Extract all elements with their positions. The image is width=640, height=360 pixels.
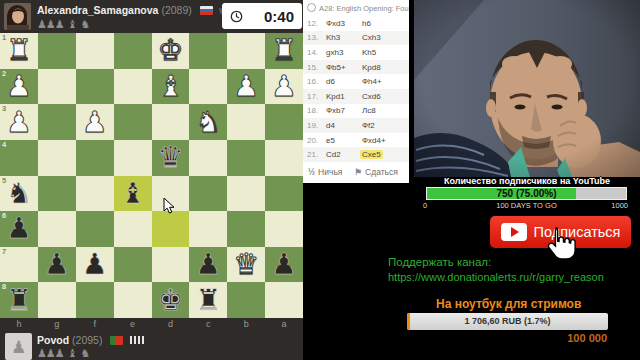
piece-wP-h3[interactable]: ♟ [0, 104, 38, 140]
captured-n: ♞ [80, 18, 89, 31]
square-c6[interactable] [189, 211, 227, 247]
avatar [4, 3, 31, 30]
move-white[interactable]: e5 [324, 136, 360, 145]
captured-n: ♞ [80, 347, 89, 360]
move-black[interactable]: Cxd6 [360, 92, 409, 101]
bottom-player-bar: ♟ Povod(2095) ♟♟♟♝♞ 1:16 [0, 331, 303, 360]
square-e1[interactable] [114, 33, 152, 69]
opening-book-icon [307, 3, 316, 12]
resign-button[interactable]: ⚑Сдаться [354, 167, 397, 177]
square-h8[interactable]: 8♜ [0, 282, 38, 318]
captured-pawns: ♟♟♟ [37, 347, 64, 360]
square-f3[interactable]: ♟ [76, 104, 114, 140]
signal-bars-icon [130, 334, 146, 346]
move-row: 13.Kh3Cxh3 [303, 31, 409, 46]
half-point-icon: ½ [308, 167, 315, 177]
move-black[interactable]: Фh4+ [360, 77, 409, 86]
square-g6[interactable] [38, 211, 76, 247]
move-white[interactable]: Kh3 [324, 33, 360, 42]
square-g5[interactable] [38, 176, 76, 212]
piece-wR-h1[interactable]: ♜ [0, 33, 38, 69]
scale-caption: 100 DAYS TO GO [426, 201, 627, 210]
square-g3[interactable] [38, 104, 76, 140]
piece-bN-h5[interactable]: ♞ [0, 176, 38, 212]
square-e8[interactable] [114, 282, 152, 318]
move-number: 14. [307, 48, 324, 57]
square-c1[interactable] [189, 33, 227, 69]
square-c8[interactable]: ♜ [189, 282, 227, 318]
square-d3[interactable] [152, 104, 190, 140]
move-black[interactable]: h6 [360, 19, 409, 28]
move-list-panel: A28: English Opening: Four Knights 12.Фx… [303, 0, 409, 183]
move-white[interactable]: Фxd3 [324, 19, 360, 28]
move-row: 17.Kpd1Cxd6 [303, 89, 409, 104]
captured-pawns: ♟♟♟ [37, 18, 64, 31]
progress-label: 1 706,60 RUB (1.7%) [407, 313, 608, 330]
captured-pieces-top: ♟♟♟♝♞ [37, 18, 93, 31]
move-list: 12.Фxd3h613.Kh3Cxh314.gxh3Kh515.Фb5+Kpd8… [303, 16, 409, 162]
piece-bR-h8[interactable]: ♜ [0, 282, 38, 318]
square-h1[interactable]: 1♜ [0, 33, 38, 69]
piece-bP-c7[interactable]: ♟ [189, 247, 227, 283]
square-d4[interactable]: ♛ [152, 140, 190, 176]
square-a3[interactable] [265, 104, 303, 140]
square-e2[interactable] [114, 69, 152, 105]
square-d6[interactable] [152, 211, 190, 247]
square-c5[interactable] [189, 176, 227, 212]
file-labels: hgfedcba [0, 318, 303, 331]
file-label-c: c [189, 318, 227, 331]
move-row: 12.Фxd3h6 [303, 16, 409, 31]
webcam-person [414, 0, 640, 177]
piece-bP-h6[interactable]: ♟ [0, 211, 38, 247]
woman-avatar-image [4, 3, 31, 30]
square-h4[interactable]: 4 [0, 140, 38, 176]
move-number: 17. [307, 92, 324, 101]
file-label-b: b [227, 318, 265, 331]
piece-wP-b2[interactable]: ♟ [227, 69, 265, 105]
piece-bP-a7[interactable]: ♟ [265, 247, 303, 283]
square-d2[interactable]: ♝ [152, 69, 190, 105]
piece-wB-d2[interactable]: ♝ [152, 69, 190, 105]
square-g2[interactable] [38, 69, 76, 105]
piece-wP-a2[interactable]: ♟ [265, 69, 303, 105]
file-label-f: f [76, 318, 114, 331]
move-white[interactable]: gxh3 [324, 48, 360, 57]
square-a7[interactable]: ♟ [265, 247, 303, 283]
move-black[interactable]: Лc8 [360, 106, 409, 115]
scale-max: 100 000 [500, 332, 607, 344]
file-label-a: a [265, 318, 303, 331]
square-c2[interactable] [189, 69, 227, 105]
square-b2[interactable]: ♟ [227, 69, 265, 105]
captured-b: ♝ [68, 18, 77, 31]
move-number: 18. [307, 106, 324, 115]
move-white[interactable]: d6 [324, 77, 360, 86]
move-white[interactable]: Фb5+ [324, 63, 360, 72]
file-label-g: g [38, 318, 76, 331]
square-h6[interactable]: 6♟ [0, 211, 38, 247]
move-row: 19.d4Фf2 [303, 118, 409, 133]
scale-max: 1000 [608, 201, 628, 210]
youtube-goal-title: Количество подписчиков на YouTube [414, 176, 640, 186]
rank-label: 7 [2, 248, 6, 256]
rank-label: 4 [2, 141, 6, 149]
square-f7[interactable]: ♟ [76, 247, 114, 283]
move-white[interactable]: d4 [324, 121, 360, 130]
default-pawn-avatar-icon: ♟ [11, 337, 26, 357]
file-label-e: e [114, 318, 152, 331]
move-row: 16.d6Фh4+ [303, 74, 409, 89]
square-f2[interactable] [76, 69, 114, 105]
square-d5[interactable] [152, 176, 190, 212]
piece-wK-d1[interactable]: ♚ [152, 33, 190, 69]
flag-icon-russia [200, 6, 213, 15]
opening-name: A28: English Opening: Four Knights [303, 0, 409, 16]
move-number: 12. [307, 19, 324, 28]
chess-board: 1♜♚♜2♟♝♟♟3♟♟♞4♛5♞♝6♟7♟♟♟♛♟8♜♚♜ [0, 33, 303, 318]
clock-white: 0:40 [222, 3, 302, 29]
square-g7[interactable]: ♟ [38, 247, 76, 283]
piece-bB-e5[interactable]: ♝ [114, 176, 152, 212]
square-c7[interactable]: ♟ [189, 247, 227, 283]
square-h5[interactable]: 5♞ [0, 176, 38, 212]
square-b5[interactable] [227, 176, 265, 212]
move-number: 16. [307, 77, 324, 86]
game-controls: ½Ничья ⚑Сдаться [303, 163, 409, 181]
square-b8[interactable] [227, 282, 265, 318]
progress-label: 750 (75.00%) [427, 188, 626, 199]
square-b4[interactable] [227, 140, 265, 176]
square-d7[interactable] [152, 247, 190, 283]
square-c3[interactable]: ♞ [189, 104, 227, 140]
move-black[interactable]: Cxe5 [360, 150, 383, 159]
avatar: ♟ [5, 333, 32, 360]
square-a4[interactable] [265, 140, 303, 176]
piece-wQ-b7[interactable]: ♛ [227, 247, 265, 283]
move-row: 15.Фb5+Kpd8 [303, 60, 409, 75]
donation-goal-progressbar: 1 706,60 RUB (1.7%) [407, 313, 608, 330]
square-f4[interactable] [76, 140, 114, 176]
support-channel-text: Поддержать канал: [388, 256, 491, 268]
piece-bK-d8[interactable]: ♚ [152, 282, 190, 318]
square-h3[interactable]: 3♟ [0, 104, 38, 140]
square-d8[interactable]: ♚ [152, 282, 190, 318]
move-number: 21. [307, 150, 324, 159]
move-black[interactable]: Cxh3 [360, 33, 409, 42]
player-name-top[interactable]: Alexandra_Samaganova(2089) W [37, 4, 251, 16]
square-e5[interactable]: ♝ [114, 176, 152, 212]
player-rating: (2095) [72, 334, 102, 346]
subscribe-button[interactable]: Подписаться [490, 216, 631, 248]
move-number: 15. [307, 63, 324, 72]
file-label-h: h [0, 318, 38, 331]
clock-time: 0:40 [264, 8, 294, 25]
square-b1[interactable] [227, 33, 265, 69]
piece-bP-f7[interactable]: ♟ [76, 247, 114, 283]
square-g8[interactable] [38, 282, 76, 318]
square-h7[interactable]: 7 [0, 247, 38, 283]
move-number: 20. [307, 136, 324, 145]
resign-flag-icon: ⚑ [354, 167, 362, 177]
square-b3[interactable] [227, 104, 265, 140]
square-f6[interactable] [76, 211, 114, 247]
youtube-goal-progressbar: 750 (75.00%) [426, 187, 627, 200]
file-label-d: d [152, 318, 190, 331]
top-player-bar: Alexandra_Samaganova(2089) W ♟♟♟♝♞ 0:40 [0, 0, 303, 33]
move-black[interactable]: Фf2 [360, 121, 409, 130]
square-g1[interactable] [38, 33, 76, 69]
square-b6[interactable] [227, 211, 265, 247]
square-a5[interactable] [265, 176, 303, 212]
move-white[interactable]: Kpd1 [324, 92, 360, 101]
square-b7[interactable]: ♛ [227, 247, 265, 283]
square-f1[interactable] [76, 33, 114, 69]
captured-b: ♝ [68, 347, 77, 360]
webcam-video [414, 0, 640, 177]
square-h2[interactable]: 2♟ [0, 69, 38, 105]
flag-icon-portugal [110, 336, 123, 345]
square-e7[interactable] [114, 247, 152, 283]
piece-wR-a1[interactable]: ♜ [265, 33, 303, 69]
move-black[interactable]: Kh5 [360, 48, 409, 57]
move-black[interactable]: Kpd8 [360, 63, 409, 72]
donation-goal-title: На ноутбук для стримов [436, 297, 581, 311]
player-rating: (2089) [161, 4, 191, 16]
clock-icon [230, 10, 243, 23]
square-a6[interactable] [265, 211, 303, 247]
move-white[interactable]: Cd2 [324, 150, 360, 159]
square-e6[interactable] [114, 211, 152, 247]
square-a1[interactable]: ♜ [265, 33, 303, 69]
player-name-bottom[interactable]: Povod(2095) [37, 334, 146, 346]
square-a8[interactable] [265, 282, 303, 318]
stream-screen: Alexandra_Samaganova(2089) W ♟♟♟♝♞ 0:40 … [0, 0, 640, 360]
move-black[interactable]: Фxd4+ [360, 136, 409, 145]
piece-wP-f3[interactable]: ♟ [76, 104, 114, 140]
piece-wN-c3[interactable]: ♞ [189, 104, 227, 140]
square-f5[interactable] [76, 176, 114, 212]
youtube-play-icon [501, 223, 527, 241]
square-c4[interactable] [189, 140, 227, 176]
move-white[interactable]: Фxb7 [324, 106, 360, 115]
square-e4[interactable] [114, 140, 152, 176]
move-row: 14.gxh3Kh5 [303, 45, 409, 60]
draw-button[interactable]: ½Ничья [308, 167, 342, 177]
move-number: 13. [307, 33, 324, 42]
piece-bP-g7[interactable]: ♟ [38, 247, 76, 283]
move-number: 19. [307, 121, 324, 130]
move-row: 21.Cd2Cxe5 [303, 147, 409, 162]
square-a2[interactable]: ♟ [265, 69, 303, 105]
donation-url-link[interactable]: https://www.donationalerts.ru/r/garry_re… [388, 271, 604, 283]
piece-wP-h2[interactable]: ♟ [0, 69, 38, 105]
square-g4[interactable] [38, 140, 76, 176]
piece-bR-c8[interactable]: ♜ [189, 282, 227, 318]
captured-pieces-bottom: ♟♟♟♝♞ [37, 347, 93, 360]
move-row: 20.e5Фxd4+ [303, 133, 409, 148]
square-d1[interactable]: ♚ [152, 33, 190, 69]
square-f8[interactable] [76, 282, 114, 318]
piece-bQ-d4[interactable]: ♛ [152, 140, 190, 176]
move-row: 18.Фxb7Лc8 [303, 104, 409, 119]
square-e3[interactable] [114, 104, 152, 140]
